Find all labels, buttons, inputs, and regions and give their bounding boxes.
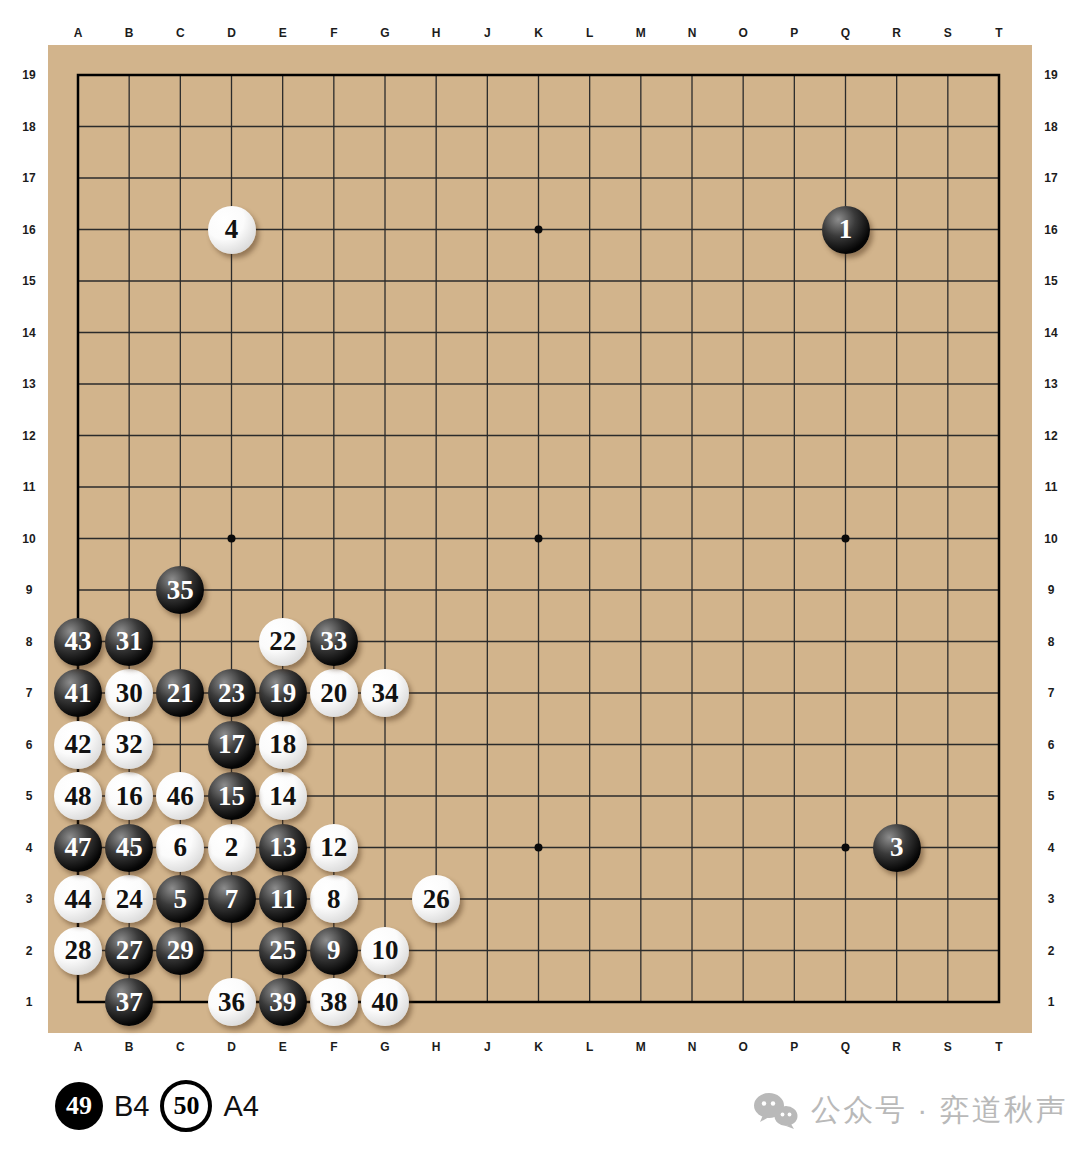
col-label-bottom: H <box>432 1040 441 1054</box>
wechat-icon <box>753 1092 799 1130</box>
stone-white: 14 <box>259 772 307 820</box>
col-label-top: D <box>227 26 236 40</box>
legend-white-point: A4 <box>223 1090 258 1123</box>
col-label-bottom: G <box>380 1040 389 1054</box>
legend-black-move-number: 49 <box>66 1093 92 1119</box>
col-label-top: T <box>995 26 1002 40</box>
row-label-right: 1 <box>1048 995 1055 1009</box>
row-label-left: 17 <box>22 171 35 185</box>
stone-white: 18 <box>259 721 307 769</box>
col-label-bottom: M <box>636 1040 646 1054</box>
row-label-left: 4 <box>26 841 33 855</box>
stone-white: 40 <box>361 978 409 1026</box>
col-label-top: G <box>380 26 389 40</box>
stone-white: 28 <box>54 927 102 975</box>
row-label-left: 16 <box>22 223 35 237</box>
stone-white: 38 <box>310 978 358 1026</box>
stone-black: 27 <box>105 927 153 975</box>
col-label-bottom: R <box>892 1040 901 1054</box>
legend-black-stone: 49 <box>55 1082 103 1130</box>
row-label-right: 19 <box>1044 68 1057 82</box>
col-label-top: C <box>176 26 185 40</box>
stone-white: 24 <box>105 875 153 923</box>
stone-black: 37 <box>105 978 153 1026</box>
stone-white: 32 <box>105 721 153 769</box>
stone-black: 25 <box>259 927 307 975</box>
col-label-bottom: B <box>125 1040 134 1054</box>
col-label-bottom: J <box>484 1040 491 1054</box>
col-label-bottom: O <box>738 1040 747 1054</box>
row-label-left: 3 <box>26 892 33 906</box>
row-label-right: 12 <box>1044 429 1057 443</box>
row-label-left: 6 <box>26 738 33 752</box>
stone-white: 26 <box>412 875 460 923</box>
col-label-bottom: L <box>586 1040 593 1054</box>
row-label-left: 2 <box>26 944 33 958</box>
stone-black: 41 <box>54 669 102 717</box>
row-label-right: 13 <box>1044 377 1057 391</box>
stone-black: 15 <box>208 772 256 820</box>
col-label-bottom: C <box>176 1040 185 1054</box>
stone-black: 47 <box>54 824 102 872</box>
row-label-left: 8 <box>26 635 33 649</box>
row-label-right: 18 <box>1044 120 1057 134</box>
stone-white: 44 <box>54 875 102 923</box>
stone-white: 8 <box>310 875 358 923</box>
col-label-bottom: A <box>74 1040 83 1054</box>
stone-black: 21 <box>156 669 204 717</box>
col-label-bottom: E <box>279 1040 287 1054</box>
row-label-right: 4 <box>1048 841 1055 855</box>
col-label-bottom: F <box>330 1040 337 1054</box>
watermark-text: 公众号 · 弈道秋声 <box>811 1090 1068 1131</box>
row-label-right: 5 <box>1048 789 1055 803</box>
row-label-left: 1 <box>26 995 33 1009</box>
stone-black: 31 <box>105 618 153 666</box>
stone-black: 9 <box>310 927 358 975</box>
col-label-bottom: T <box>995 1040 1002 1054</box>
col-label-top: Q <box>841 26 850 40</box>
row-label-left: 13 <box>22 377 35 391</box>
row-label-left: 14 <box>22 326 35 340</box>
col-label-bottom: K <box>534 1040 543 1054</box>
col-label-top: F <box>330 26 337 40</box>
move-legend: 49 B4 50 A4 <box>55 1080 259 1132</box>
legend-white-move-number: 50 <box>173 1093 199 1119</box>
row-label-right: 6 <box>1048 738 1055 752</box>
stone-white: 12 <box>310 824 358 872</box>
go-diagram-page: AABBCCDDEEFFGGHHJJKKLLMMNNOOPPQQRRSSTT19… <box>0 0 1080 1156</box>
col-label-top: S <box>944 26 952 40</box>
row-label-right: 17 <box>1044 171 1057 185</box>
stone-white: 48 <box>54 772 102 820</box>
col-label-top: L <box>586 26 593 40</box>
col-label-top: R <box>892 26 901 40</box>
row-label-left: 9 <box>26 583 33 597</box>
row-label-left: 15 <box>22 274 35 288</box>
stone-black: 23 <box>208 669 256 717</box>
stone-white: 30 <box>105 669 153 717</box>
row-label-left: 7 <box>26 686 33 700</box>
stone-black: 7 <box>208 875 256 923</box>
row-label-right: 10 <box>1044 532 1057 546</box>
col-label-top: A <box>74 26 83 40</box>
stone-black: 43 <box>54 618 102 666</box>
row-label-right: 14 <box>1044 326 1057 340</box>
stone-white: 34 <box>361 669 409 717</box>
col-label-bottom: N <box>688 1040 697 1054</box>
row-label-left: 12 <box>22 429 35 443</box>
col-label-top: J <box>484 26 491 40</box>
stone-white: 4 <box>208 206 256 254</box>
col-label-top: E <box>279 26 287 40</box>
stone-black: 33 <box>310 618 358 666</box>
row-label-left: 10 <box>22 532 35 546</box>
stone-white: 10 <box>361 927 409 975</box>
col-label-top: H <box>432 26 441 40</box>
stone-black: 5 <box>156 875 204 923</box>
legend-white-stone: 50 <box>160 1080 212 1132</box>
row-label-right: 2 <box>1048 944 1055 958</box>
row-label-left: 5 <box>26 789 33 803</box>
col-label-bottom: Q <box>841 1040 850 1054</box>
col-label-bottom: D <box>227 1040 236 1054</box>
legend-black-point: B4 <box>114 1090 149 1123</box>
stone-black: 11 <box>259 875 307 923</box>
stone-black: 3 <box>873 824 921 872</box>
stone-black: 45 <box>105 824 153 872</box>
stone-black: 35 <box>156 566 204 614</box>
stone-black: 19 <box>259 669 307 717</box>
stone-white: 6 <box>156 824 204 872</box>
stone-black: 29 <box>156 927 204 975</box>
stone-black: 13 <box>259 824 307 872</box>
col-label-top: B <box>125 26 134 40</box>
col-label-top: P <box>790 26 798 40</box>
stone-black: 39 <box>259 978 307 1026</box>
row-label-right: 16 <box>1044 223 1057 237</box>
row-label-right: 11 <box>1045 480 1058 494</box>
stone-white: 36 <box>208 978 256 1026</box>
row-label-right: 8 <box>1048 635 1055 649</box>
stone-white: 46 <box>156 772 204 820</box>
stone-white: 22 <box>259 618 307 666</box>
row-label-left: 18 <box>22 120 35 134</box>
col-label-top: O <box>738 26 747 40</box>
stone-white: 2 <box>208 824 256 872</box>
stone-black: 1 <box>822 206 870 254</box>
col-label-bottom: S <box>944 1040 952 1054</box>
row-label-right: 3 <box>1048 892 1055 906</box>
col-label-top: K <box>534 26 543 40</box>
row-label-left: 11 <box>23 480 36 494</box>
col-label-bottom: P <box>790 1040 798 1054</box>
row-label-left: 19 <box>22 68 35 82</box>
col-label-top: N <box>688 26 697 40</box>
stone-white: 20 <box>310 669 358 717</box>
stone-black: 17 <box>208 721 256 769</box>
row-label-right: 9 <box>1048 583 1055 597</box>
stone-white: 16 <box>105 772 153 820</box>
watermark: 公众号 · 弈道秋声 <box>753 1090 1068 1131</box>
stone-white: 42 <box>54 721 102 769</box>
row-label-right: 15 <box>1044 274 1057 288</box>
col-label-top: M <box>636 26 646 40</box>
row-label-right: 7 <box>1048 686 1055 700</box>
